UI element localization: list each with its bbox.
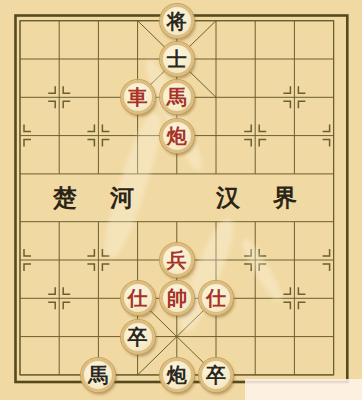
piece-red-cannon[interactable]: 炮	[160, 119, 194, 153]
piece-black-horse[interactable]: 馬	[81, 358, 115, 392]
piece-black-soldier-2[interactable]: 卒	[199, 358, 233, 392]
piece-black-general[interactable]: 将	[160, 4, 194, 38]
piece-black-advisor[interactable]: 士	[160, 42, 194, 76]
piece-black-cannon[interactable]: 炮	[160, 358, 194, 392]
piece-red-horse[interactable]: 馬	[160, 80, 194, 114]
piece-red-advisor-2[interactable]: 仕	[199, 281, 233, 315]
piece-red-chariot[interactable]: 車	[121, 80, 155, 114]
xiangqi-board: 楚 河 汉 界 将士車馬炮兵仕帥仕卒馬炮卒	[0, 0, 362, 400]
pieces-layer: 将士車馬炮兵仕帥仕卒馬炮卒	[0, 2, 353, 395]
piece-red-general[interactable]: 帥	[160, 281, 194, 315]
piece-red-soldier[interactable]: 兵	[160, 243, 194, 277]
piece-red-advisor[interactable]: 仕	[121, 281, 155, 315]
piece-black-soldier[interactable]: 卒	[121, 320, 155, 354]
